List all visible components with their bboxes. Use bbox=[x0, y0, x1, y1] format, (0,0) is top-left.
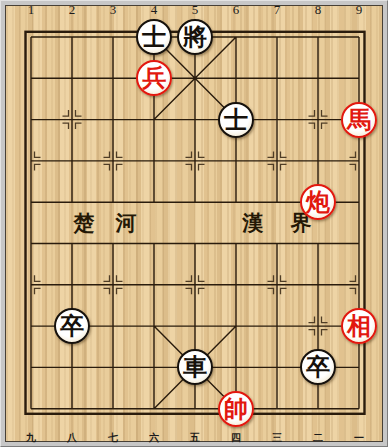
square-f5-r0: 將 bbox=[175, 16, 216, 57]
piece-black-chariot[interactable]: 車 bbox=[177, 349, 213, 385]
file-label-bottom-6: 四 bbox=[231, 431, 241, 445]
piece-red-horse[interactable]: 馬 bbox=[341, 102, 377, 138]
square-f2-r7: 卒 bbox=[52, 305, 93, 346]
piece-black-soldier[interactable]: 卒 bbox=[300, 349, 336, 385]
piece-black-advisor[interactable]: 士 bbox=[218, 102, 254, 138]
piece-black-general[interactable]: 將 bbox=[177, 19, 213, 55]
file-label-bottom-2: 八 bbox=[67, 431, 77, 445]
file-label-bottom-1: 九 bbox=[26, 431, 36, 445]
file-label-bottom-9: 一 bbox=[354, 431, 364, 445]
piece-red-soldier[interactable]: 兵 bbox=[136, 60, 172, 96]
square-f8-r4: 炮 bbox=[298, 182, 339, 223]
piece-red-elephant[interactable]: 相 bbox=[341, 308, 377, 344]
square-f8-r8: 卒 bbox=[298, 347, 339, 388]
file-label-bottom-4: 六 bbox=[149, 431, 159, 445]
square-f9-r7: 相 bbox=[339, 305, 380, 346]
square-f6-r2: 士 bbox=[216, 99, 257, 140]
file-label-bottom-5: 五 bbox=[190, 431, 200, 445]
square-f4-r1: 兵 bbox=[134, 58, 175, 99]
file-label-bottom-3: 七 bbox=[108, 431, 118, 445]
piece-black-soldier[interactable]: 卒 bbox=[54, 308, 90, 344]
file-label-bottom-7: 三 bbox=[272, 431, 282, 445]
piece-red-general[interactable]: 帥 bbox=[218, 391, 254, 427]
square-f5-r8: 車 bbox=[175, 347, 216, 388]
square-f6-r9: 帥 bbox=[216, 388, 257, 429]
piece-black-advisor[interactable]: 士 bbox=[136, 19, 172, 55]
file-label-bottom-8: 二 bbox=[313, 431, 323, 445]
piece-red-cannon[interactable]: 炮 bbox=[300, 184, 336, 220]
square-f4-r0: 士 bbox=[134, 16, 175, 57]
board: 士將兵士馬炮卒相車卒帥 bbox=[11, 16, 380, 429]
xiangqi-app: 123456789 九八七六五四三二一 楚河漢界 士將兵士馬炮卒相車卒帥 bbox=[0, 0, 388, 447]
square-f9-r2: 馬 bbox=[339, 99, 380, 140]
